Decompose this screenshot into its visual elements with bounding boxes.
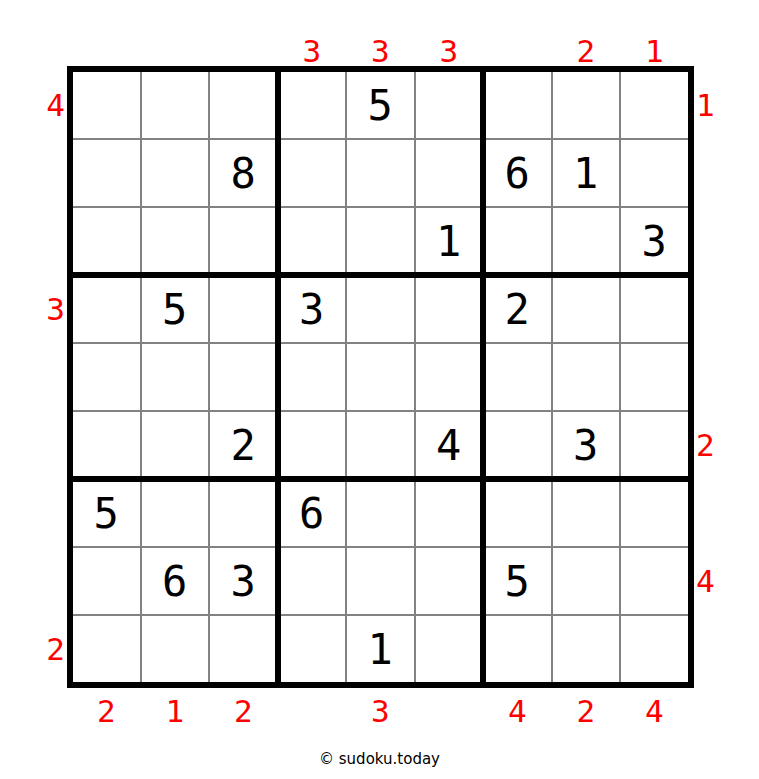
clue-bottom-5: 3 [347,696,414,726]
clue-right-2 [696,140,734,206]
clue-right-8: 4 [696,548,734,614]
clue-top-6: 3 [416,36,483,66]
box-divider-horizontal-2 [73,476,688,482]
cell-r6c6[interactable]: 4 [416,412,483,478]
cell-r6c7[interactable] [484,412,551,478]
cell-r2c4[interactable] [279,140,346,206]
clue-bottom-6 [416,696,483,726]
cell-r2c6[interactable] [416,140,483,206]
box-divider-horizontal-1 [73,272,688,278]
cell-r4c3[interactable] [210,276,277,342]
footer-credit: © sudoku.today [0,749,759,769]
cell-r6c5[interactable] [347,412,414,478]
cell-r1c9[interactable] [621,72,688,138]
cell-r7c5[interactable] [347,480,414,546]
cell-r9c7[interactable] [484,616,551,682]
cell-r7c1[interactable]: 5 [73,480,140,546]
cell-r5c5[interactable] [347,344,414,410]
clue-left-7 [27,480,65,546]
cell-r4c9[interactable] [621,276,688,342]
cell-r8c8[interactable] [553,548,620,614]
cell-r8c1[interactable] [73,548,140,614]
cell-r5c1[interactable] [73,344,140,410]
cell-r7c8[interactable] [553,480,620,546]
clue-top-3 [210,36,277,66]
cell-r7c7[interactable] [484,480,551,546]
clue-top-8: 2 [553,36,620,66]
clue-bottom-4 [279,696,346,726]
cell-r2c1[interactable] [73,140,140,206]
clue-top-1 [73,36,140,66]
cell-r1c3[interactable] [210,72,277,138]
cell-r5c2[interactable] [142,344,209,410]
cell-r4c1[interactable] [73,276,140,342]
cell-r9c2[interactable] [142,616,209,682]
cell-r4c6[interactable] [416,276,483,342]
clues-top: 33321 [67,36,694,66]
clue-right-4 [696,276,734,342]
clue-bottom-2: 1 [142,696,209,726]
clue-left-3 [27,208,65,274]
clue-right-1: 1 [696,72,734,138]
cell-r8c6[interactable] [416,548,483,614]
clue-right-6: 2 [696,412,734,478]
cell-r9c5[interactable]: 1 [347,616,414,682]
cell-r8c2[interactable]: 6 [142,548,209,614]
clue-right-5 [696,344,734,410]
cell-r5c8[interactable] [553,344,620,410]
clue-right-3 [696,208,734,274]
cell-r3c9[interactable]: 3 [621,208,688,274]
cell-r9c4[interactable] [279,616,346,682]
box-divider-vertical-1 [275,72,281,682]
clue-top-5: 3 [347,36,414,66]
clue-left-5 [27,344,65,410]
clue-left-1: 4 [27,72,65,138]
cell-r8c3[interactable]: 3 [210,548,277,614]
cell-r4c4[interactable]: 3 [279,276,346,342]
cell-r8c5[interactable] [347,548,414,614]
cell-r8c7[interactable]: 5 [484,548,551,614]
cell-r2c7[interactable]: 6 [484,140,551,206]
cell-r9c1[interactable] [73,616,140,682]
cell-r5c7[interactable] [484,344,551,410]
cell-r8c9[interactable] [621,548,688,614]
cell-r1c4[interactable] [279,72,346,138]
clue-left-9: 2 [27,616,65,682]
clue-bottom-1: 2 [73,696,140,726]
cell-r7c9[interactable] [621,480,688,546]
cell-r1c8[interactable] [553,72,620,138]
clues-left: 432 [27,66,65,688]
cell-r9c9[interactable] [621,616,688,682]
cell-r6c9[interactable] [621,412,688,478]
clue-bottom-8: 2 [553,696,620,726]
cell-r2c8[interactable]: 1 [553,140,620,206]
clue-left-4: 3 [27,276,65,342]
cell-r2c9[interactable] [621,140,688,206]
cell-r5c6[interactable] [416,344,483,410]
cell-r9c8[interactable] [553,616,620,682]
clue-top-7 [484,36,551,66]
cell-r6c1[interactable] [73,412,140,478]
cell-r5c9[interactable] [621,344,688,410]
clues-right: 124 [696,66,734,688]
cell-r3c8[interactable] [553,208,620,274]
cell-r6c3[interactable]: 2 [210,412,277,478]
cell-r1c5[interactable]: 5 [347,72,414,138]
cell-r3c6[interactable]: 1 [416,208,483,274]
cell-r4c5[interactable] [347,276,414,342]
clue-top-9: 1 [621,36,688,66]
cell-r3c2[interactable] [142,208,209,274]
clue-top-4: 3 [279,36,346,66]
cell-r6c2[interactable] [142,412,209,478]
cell-r1c1[interactable] [73,72,140,138]
cell-r7c4[interactable]: 6 [279,480,346,546]
cell-r1c7[interactable] [484,72,551,138]
cell-r9c6[interactable] [416,616,483,682]
cell-r5c3[interactable] [210,344,277,410]
cell-r2c3[interactable]: 8 [210,140,277,206]
cell-r6c8[interactable]: 3 [553,412,620,478]
cell-r7c3[interactable] [210,480,277,546]
cell-r3c3[interactable] [210,208,277,274]
clue-left-2 [27,140,65,206]
cell-r1c2[interactable] [142,72,209,138]
cell-r1c6[interactable] [416,72,483,138]
clue-left-8 [27,548,65,614]
cell-r9c3[interactable] [210,616,277,682]
clue-top-2 [142,36,209,66]
cell-r4c2[interactable]: 5 [142,276,209,342]
cell-r3c5[interactable] [347,208,414,274]
cell-r7c6[interactable] [416,480,483,546]
sudoku-board: 586113532243566351 [67,66,694,688]
clues-bottom: 2123424 [67,696,694,726]
cell-r5c4[interactable] [279,344,346,410]
cell-r2c5[interactable] [347,140,414,206]
clue-bottom-7: 4 [484,696,551,726]
cell-r3c7[interactable] [484,208,551,274]
clue-bottom-9: 4 [621,696,688,726]
clue-bottom-3: 2 [210,696,277,726]
clue-right-9 [696,616,734,682]
clue-right-7 [696,480,734,546]
box-divider-vertical-2 [480,72,486,682]
clue-left-6 [27,412,65,478]
cell-r4c8[interactable] [553,276,620,342]
cell-r3c4[interactable] [279,208,346,274]
cell-r4c7[interactable]: 2 [484,276,551,342]
cell-r6c4[interactable] [279,412,346,478]
cell-r3c1[interactable] [73,208,140,274]
cell-r7c2[interactable] [142,480,209,546]
cell-r2c2[interactable] [142,140,209,206]
cell-r8c4[interactable] [279,548,346,614]
